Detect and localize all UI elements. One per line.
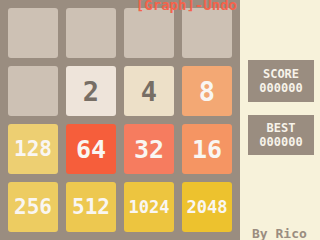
board: 24812864321625651210242048 xyxy=(0,0,240,240)
tile-8-r2c4: 8 xyxy=(182,66,232,116)
empty-cell-r1c1 xyxy=(8,8,58,58)
tile-1024-r4c3: 1024 xyxy=(124,182,174,232)
best-value: 000000 xyxy=(259,137,302,147)
best-box: BEST 000000 xyxy=(248,115,314,155)
score-label: SCORE xyxy=(263,69,299,79)
tile-512-r4c2: 512 xyxy=(66,182,116,232)
credit-text: By Rico xyxy=(252,226,307,240)
tile-2048-r4c4: 2048 xyxy=(182,182,232,232)
empty-cell-r1c2 xyxy=(66,8,116,58)
tile-256-r4c1: 256 xyxy=(8,182,58,232)
empty-cell-r1c4 xyxy=(182,8,232,58)
undo-key-hint: [Graph]-Undo xyxy=(0,0,237,11)
game-screen: 24812864321625651210242048 [Graph]-Undo … xyxy=(0,0,320,240)
tile-2-r2c2: 2 xyxy=(66,66,116,116)
empty-cell-r2c1 xyxy=(8,66,58,116)
tile-64-r3c2: 64 xyxy=(66,124,116,174)
tile-32-r3c3: 32 xyxy=(124,124,174,174)
tile-4-r2c3: 4 xyxy=(124,66,174,116)
score-value: 000000 xyxy=(259,83,302,93)
score-box: SCORE 000000 xyxy=(248,60,314,102)
side-panel: SCORE 000000 BEST 000000 By Rico xyxy=(240,0,320,240)
tile-16-r3c4: 16 xyxy=(182,124,232,174)
empty-cell-r1c3 xyxy=(124,8,174,58)
best-label: BEST xyxy=(267,123,296,133)
tile-128-r3c1: 128 xyxy=(8,124,58,174)
